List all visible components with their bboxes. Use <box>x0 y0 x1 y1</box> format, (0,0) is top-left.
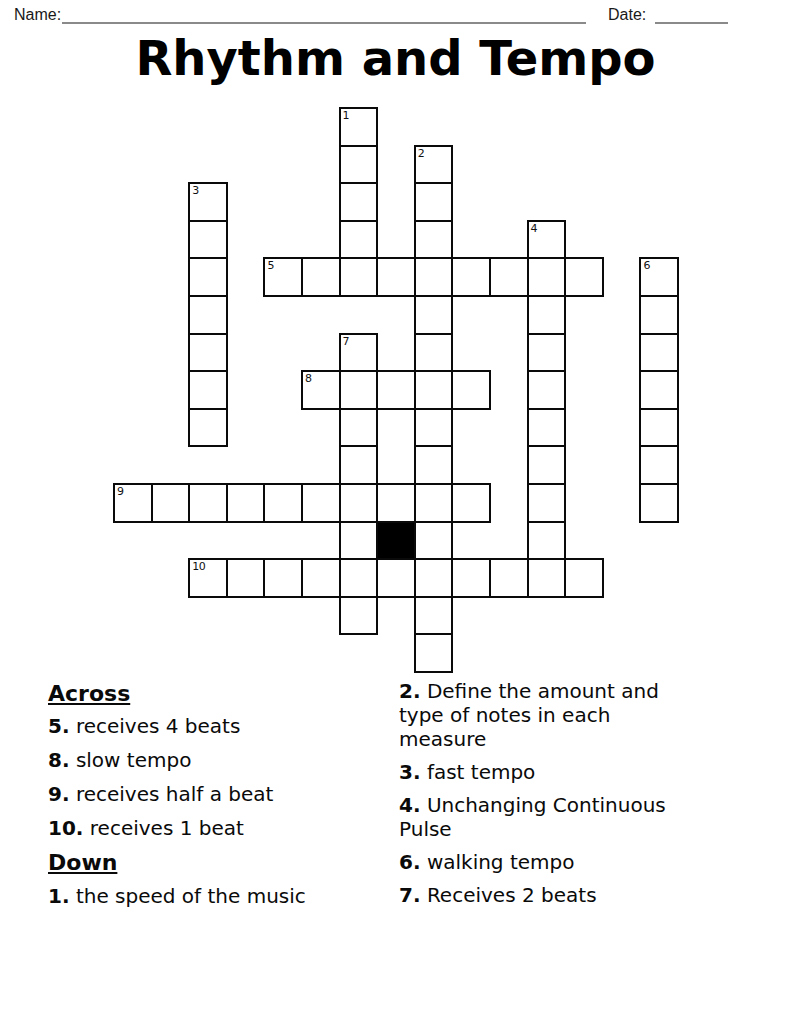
grid-cell[interactable] <box>414 182 454 222</box>
grid-clue-number: 8 <box>305 373 312 384</box>
grid-cell[interactable] <box>639 333 679 373</box>
grid-cell[interactable] <box>451 370 491 410</box>
clue-down-7: 7. Receives 2 beats <box>399 883 684 907</box>
clue-text: the speed of the music <box>76 884 306 908</box>
grid-cell[interactable] <box>414 370 454 410</box>
grid-cell[interactable] <box>414 333 454 373</box>
clue-text: receives 4 beats <box>76 714 240 738</box>
grid-cell[interactable] <box>451 483 491 523</box>
name-label: Name: <box>14 7 61 23</box>
grid-clue-number: 9 <box>117 486 124 497</box>
clue-across-9: 9. receives half a beat <box>48 782 393 806</box>
grid-cell[interactable] <box>414 483 454 523</box>
clue-text: slow tempo <box>76 748 192 772</box>
clue-number: 8. <box>48 748 70 772</box>
grid-cell[interactable] <box>301 257 341 297</box>
clue-across-8: 8. slow tempo <box>48 748 393 772</box>
grid-cell[interactable] <box>451 558 491 598</box>
grid-clue-number: 10 <box>192 561 205 572</box>
grid-cell[interactable] <box>414 596 454 636</box>
grid-cell[interactable] <box>188 483 228 523</box>
grid-clue-number: 6 <box>643 260 650 271</box>
clue-number: 2. <box>399 679 421 703</box>
grid-cell[interactable] <box>414 558 454 598</box>
grid-cell[interactable] <box>639 295 679 335</box>
clue-text: receives 1 beat <box>90 816 244 840</box>
grid-cell[interactable]: 7 <box>339 333 379 373</box>
grid-cell[interactable] <box>339 558 379 598</box>
clues-right-column: 2. Define the amount and type of notes i… <box>399 679 684 916</box>
grid-cell[interactable] <box>339 257 379 297</box>
clue-across-10: 10. receives 1 beat <box>48 816 393 840</box>
grid-cell[interactable] <box>564 257 604 297</box>
grid-cell[interactable] <box>226 483 266 523</box>
grid-cell[interactable] <box>414 408 454 448</box>
grid-cell[interactable] <box>414 220 454 260</box>
grid-clue-number: 1 <box>343 110 350 121</box>
across-header: Across <box>48 681 393 707</box>
grid-cell[interactable] <box>376 558 416 598</box>
grid-cell[interactable] <box>339 596 379 636</box>
grid-cell[interactable] <box>527 257 567 297</box>
grid-cell[interactable] <box>339 483 379 523</box>
grid-cell[interactable]: 1 <box>339 107 379 147</box>
grid-cell[interactable] <box>639 408 679 448</box>
clue-number: 7. <box>399 883 421 907</box>
grid-cell[interactable] <box>263 558 303 598</box>
clue-number: 3. <box>399 760 421 784</box>
grid-cell[interactable] <box>188 295 228 335</box>
grid-cell[interactable] <box>339 445 379 485</box>
grid-cell[interactable] <box>639 370 679 410</box>
grid-cell[interactable] <box>414 295 454 335</box>
grid-cell[interactable] <box>188 370 228 410</box>
puzzle-title: Rhythm and Tempo <box>0 30 791 86</box>
down-header: Down <box>48 850 393 876</box>
clue-number: 1. <box>48 884 70 908</box>
grid-cell[interactable] <box>527 445 567 485</box>
crossword-grid: 12345678910 <box>113 107 679 673</box>
grid-cell[interactable] <box>639 445 679 485</box>
grid-cell[interactable] <box>414 521 454 561</box>
grid-clue-number: 4 <box>531 223 538 234</box>
grid-cell[interactable]: 3 <box>188 182 228 222</box>
grid-cell[interactable] <box>414 257 454 297</box>
grid-cell[interactable] <box>414 633 454 673</box>
grid-cell[interactable] <box>188 257 228 297</box>
clue-down-1: 1. the speed of the music <box>48 884 393 908</box>
clue-down-4: 4. Unchanging Continuous Pulse <box>399 793 684 841</box>
grid-clue-number: 3 <box>192 185 199 196</box>
grid-cell[interactable]: 10 <box>188 558 228 598</box>
grid-cell[interactable] <box>527 333 567 373</box>
grid-cell[interactable] <box>339 370 379 410</box>
clue-text: fast tempo <box>427 760 535 784</box>
grid-cell[interactable] <box>188 333 228 373</box>
grid-cell[interactable] <box>376 370 416 410</box>
grid-cell[interactable] <box>527 408 567 448</box>
date-write-line <box>655 22 728 24</box>
grid-cell[interactable]: 5 <box>263 257 303 297</box>
grid-cell[interactable] <box>301 558 341 598</box>
grid-cell[interactable] <box>527 558 567 598</box>
clue-down-3: 3. fast tempo <box>399 760 684 784</box>
grid-cell[interactable] <box>263 483 303 523</box>
date-label: Date: <box>608 7 646 23</box>
clue-number: 5. <box>48 714 70 738</box>
grid-cell[interactable] <box>339 521 379 561</box>
grid-cell[interactable] <box>188 220 228 260</box>
clue-text: Receives 2 beats <box>427 883 597 907</box>
grid-cell[interactable] <box>451 257 491 297</box>
grid-clue-number: 7 <box>343 336 350 347</box>
clue-across-5: 5. receives 4 beats <box>48 714 393 738</box>
blocked-cell <box>376 521 416 561</box>
grid-cell[interactable] <box>489 257 529 297</box>
clue-number: 4. <box>399 793 421 817</box>
clue-text: Unchanging Continuous Pulse <box>399 793 666 841</box>
clue-text: Define the amount and type of notes in e… <box>399 679 659 751</box>
clue-down-2: 2. Define the amount and type of notes i… <box>399 679 684 751</box>
grid-cell[interactable] <box>564 558 604 598</box>
grid-cell[interactable] <box>527 295 567 335</box>
grid-cell[interactable] <box>527 370 567 410</box>
grid-cell[interactable]: 8 <box>301 370 341 410</box>
grid-cell[interactable] <box>414 445 454 485</box>
grid-cell[interactable] <box>226 558 266 598</box>
clue-number: 10. <box>48 816 83 840</box>
clue-text: walking tempo <box>427 850 575 874</box>
grid-clue-number: 2 <box>418 148 425 159</box>
name-write-line <box>62 22 586 24</box>
grid-cell[interactable] <box>339 220 379 260</box>
grid-cell[interactable] <box>339 182 379 222</box>
grid-cell[interactable] <box>301 483 341 523</box>
grid-cell[interactable] <box>188 408 228 448</box>
grid-cell[interactable] <box>339 145 379 185</box>
clue-text: receives half a beat <box>76 782 273 806</box>
grid-cell[interactable] <box>376 483 416 523</box>
grid-cell[interactable]: 4 <box>527 220 567 260</box>
grid-cell[interactable] <box>639 483 679 523</box>
grid-cell[interactable]: 9 <box>113 483 153 523</box>
clue-number: 6. <box>399 850 421 874</box>
grid-cell[interactable] <box>489 558 529 598</box>
grid-cell[interactable]: 2 <box>414 145 454 185</box>
grid-cell[interactable] <box>527 521 567 561</box>
grid-cell[interactable] <box>151 483 191 523</box>
grid-clue-number: 5 <box>267 260 274 271</box>
grid-cell[interactable] <box>376 257 416 297</box>
grid-cell[interactable] <box>339 408 379 448</box>
grid-cell[interactable]: 6 <box>639 257 679 297</box>
clues-left-column: Across 5. receives 4 beats 8. slow tempo… <box>48 681 393 918</box>
clue-down-6: 6. walking tempo <box>399 850 684 874</box>
grid-cell[interactable] <box>527 483 567 523</box>
clue-number: 9. <box>48 782 70 806</box>
